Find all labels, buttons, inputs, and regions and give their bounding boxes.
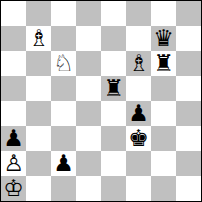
- square-a4[interactable]: [1, 101, 26, 126]
- white-pawn: ♙: [3, 151, 24, 176]
- square-c3[interactable]: [51, 126, 76, 151]
- square-f7[interactable]: [126, 26, 151, 51]
- square-a8[interactable]: [1, 1, 26, 26]
- chess-board-frame: ♗♛♘♗♜♜♟♟♚♙♟♔: [0, 0, 202, 202]
- black-king: ♚: [128, 126, 149, 151]
- square-a2[interactable]: ♙: [1, 151, 26, 176]
- black-queen: ♛: [153, 26, 174, 51]
- square-b8[interactable]: [26, 1, 51, 26]
- square-g2[interactable]: [151, 151, 176, 176]
- square-g3[interactable]: [151, 126, 176, 151]
- square-f1[interactable]: [126, 176, 151, 201]
- square-e8[interactable]: [101, 1, 126, 26]
- square-f8[interactable]: [126, 1, 151, 26]
- square-e2[interactable]: [101, 151, 126, 176]
- square-d4[interactable]: [76, 101, 101, 126]
- square-e1[interactable]: [101, 176, 126, 201]
- square-f4[interactable]: ♟: [126, 101, 151, 126]
- square-g5[interactable]: [151, 76, 176, 101]
- square-b7[interactable]: ♗: [26, 26, 51, 51]
- square-h6[interactable]: [176, 51, 201, 76]
- square-d3[interactable]: [76, 126, 101, 151]
- square-a6[interactable]: [1, 51, 26, 76]
- square-d7[interactable]: [76, 26, 101, 51]
- square-e3[interactable]: [101, 126, 126, 151]
- black-pawn: ♟: [3, 126, 24, 151]
- square-c4[interactable]: [51, 101, 76, 126]
- square-f6[interactable]: ♗: [126, 51, 151, 76]
- square-f2[interactable]: [126, 151, 151, 176]
- white-knight: ♘: [53, 51, 74, 76]
- black-pawn: ♟: [53, 151, 74, 176]
- square-c5[interactable]: [51, 76, 76, 101]
- square-d6[interactable]: [76, 51, 101, 76]
- square-e7[interactable]: [101, 26, 126, 51]
- square-h4[interactable]: [176, 101, 201, 126]
- square-a7[interactable]: [1, 26, 26, 51]
- square-f3[interactable]: ♚: [126, 126, 151, 151]
- black-pawn: ♟: [128, 101, 149, 126]
- square-b3[interactable]: [26, 126, 51, 151]
- white-king: ♔: [3, 176, 24, 201]
- square-e6[interactable]: [101, 51, 126, 76]
- square-d5[interactable]: [76, 76, 101, 101]
- square-g8[interactable]: [151, 1, 176, 26]
- square-h2[interactable]: [176, 151, 201, 176]
- square-g1[interactable]: [151, 176, 176, 201]
- square-a3[interactable]: ♟: [1, 126, 26, 151]
- square-c8[interactable]: [51, 1, 76, 26]
- black-rook: ♜: [103, 76, 124, 101]
- square-c2[interactable]: ♟: [51, 151, 76, 176]
- square-b1[interactable]: [26, 176, 51, 201]
- square-h5[interactable]: [176, 76, 201, 101]
- square-h3[interactable]: [176, 126, 201, 151]
- square-d1[interactable]: [76, 176, 101, 201]
- square-b4[interactable]: [26, 101, 51, 126]
- square-b2[interactable]: [26, 151, 51, 176]
- white-bishop: ♗: [28, 26, 49, 51]
- square-e5[interactable]: ♜: [101, 76, 126, 101]
- square-a5[interactable]: [1, 76, 26, 101]
- square-g7[interactable]: ♛: [151, 26, 176, 51]
- white-bishop: ♗: [128, 51, 149, 76]
- square-c1[interactable]: [51, 176, 76, 201]
- square-e4[interactable]: [101, 101, 126, 126]
- square-f5[interactable]: [126, 76, 151, 101]
- square-h7[interactable]: [176, 26, 201, 51]
- square-g6[interactable]: ♜: [151, 51, 176, 76]
- square-d2[interactable]: [76, 151, 101, 176]
- chess-board: ♗♛♘♗♜♜♟♟♚♙♟♔: [1, 1, 201, 201]
- black-rook: ♜: [153, 51, 174, 76]
- square-b6[interactable]: [26, 51, 51, 76]
- square-c7[interactable]: [51, 26, 76, 51]
- square-b5[interactable]: [26, 76, 51, 101]
- square-h1[interactable]: [176, 176, 201, 201]
- square-g4[interactable]: [151, 101, 176, 126]
- square-h8[interactable]: [176, 1, 201, 26]
- square-d8[interactable]: [76, 1, 101, 26]
- square-a1[interactable]: ♔: [1, 176, 26, 201]
- square-c6[interactable]: ♘: [51, 51, 76, 76]
